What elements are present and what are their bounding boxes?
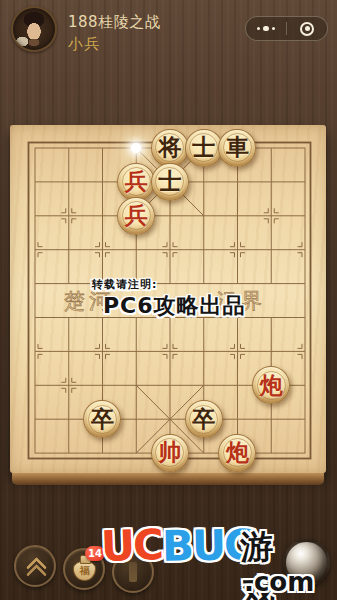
piece-black-chariot[interactable]: 車 — [218, 129, 256, 167]
miniprogram-capsule — [245, 16, 328, 41]
note-line2: PC6攻略出品 — [103, 291, 246, 321]
piece-glyph: 将 — [158, 135, 181, 158]
exit-button[interactable] — [287, 17, 327, 40]
piece-red-general[interactable]: 帅 — [151, 434, 189, 472]
piece-glyph: 兵 — [125, 203, 148, 226]
piece-glyph: 炮 — [260, 373, 283, 396]
piece-red-cannon[interactable]: 炮 — [218, 434, 256, 472]
piece-black-advisor[interactable]: 士 — [185, 129, 223, 167]
piece-glyph: 卒 — [91, 407, 114, 430]
level-title: 188桂陵之战 — [68, 13, 160, 32]
piece-glyph: 卒 — [192, 407, 215, 430]
piece-glyph: 兵 — [125, 169, 148, 192]
piece-red-cannon[interactable]: 炮 — [252, 366, 290, 404]
bag-character: 福 — [80, 564, 90, 578]
piece-glyph: 炮 — [226, 440, 249, 463]
expand-button[interactable] — [14, 545, 56, 587]
piece-black-soldier[interactable]: 卒 — [83, 400, 121, 438]
piece-red-soldier[interactable]: 兵 — [117, 163, 155, 201]
avatar — [11, 6, 57, 52]
note-watermark: 转载请注明: PC6攻略出品 — [92, 277, 246, 321]
piece-black-advisor[interactable]: 士 — [151, 163, 189, 201]
rank-label: 小兵 — [68, 35, 100, 54]
piece-glyph: 士 — [158, 169, 181, 192]
more-button[interactable] — [246, 17, 286, 40]
more-dots-icon — [257, 27, 261, 31]
note-line1: 转载请注明: — [92, 277, 246, 292]
piece-red-soldier[interactable]: 兵 — [117, 197, 155, 235]
watermark-uc: UC — [100, 520, 163, 571]
target-circle-icon — [300, 22, 314, 36]
piece-glyph: 士 — [192, 135, 215, 158]
money-bag-icon: 福 — [73, 561, 96, 581]
highlight-marker[interactable] — [131, 143, 141, 153]
piece-black-soldier[interactable]: 卒 — [185, 400, 223, 438]
coin-bag-button[interactable]: 福 14 — [63, 548, 105, 590]
watermark-com: .com — [244, 567, 314, 597]
app-screen: 188桂陵之战 小兵 — [0, 0, 337, 600]
piece-glyph: 帅 — [158, 440, 181, 463]
piece-glyph: 車 — [226, 135, 249, 158]
site-watermark: UC BUG 游戏网 .com — [101, 521, 257, 570]
piece-black-general[interactable]: 将 — [151, 129, 189, 167]
